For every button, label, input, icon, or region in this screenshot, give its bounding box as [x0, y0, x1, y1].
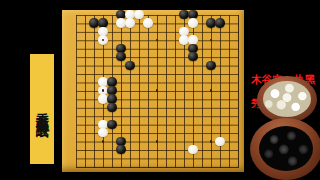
black-stones-pile: [259, 126, 313, 171]
star-point: [210, 39, 213, 42]
star-point: [156, 39, 159, 42]
black-stone: [107, 120, 116, 129]
go-board[interactable]: [62, 10, 244, 172]
white-stone: [134, 10, 143, 19]
white-stone: [143, 18, 152, 27]
white-stones-pile: [263, 81, 311, 117]
black-stone: [116, 145, 125, 154]
black-stone: [179, 10, 188, 19]
black-stone: [89, 18, 98, 27]
black-stone: [215, 18, 224, 27]
white-stone: [215, 137, 224, 146]
black-stone: [206, 18, 215, 27]
black-stones-bowl: [250, 118, 320, 180]
star-point: [210, 140, 213, 143]
black-stone: [206, 61, 215, 70]
white-stone: [125, 18, 134, 27]
video-thumbnail[interactable]: { "game": "go", "board": { "size": 19, "…: [0, 0, 320, 180]
board-grid: [76, 15, 239, 168]
black-stone: [107, 103, 116, 112]
black-stone: [125, 61, 134, 70]
title-banner: 秀哉名人隐退战: [30, 54, 54, 164]
star-point: [102, 89, 105, 92]
star-point: [210, 89, 213, 92]
white-stone: [188, 18, 197, 27]
white-stone: [116, 18, 125, 27]
white-stone: [98, 128, 107, 137]
black-stone: [188, 52, 197, 61]
white-stone: [98, 94, 107, 103]
star-point: [156, 140, 159, 143]
black-stone: [116, 52, 125, 61]
white-stone: [188, 145, 197, 154]
white-stone: [179, 35, 188, 44]
star-point: [102, 140, 105, 143]
star-point: [156, 89, 159, 92]
white-stones-bowl: [257, 76, 317, 123]
